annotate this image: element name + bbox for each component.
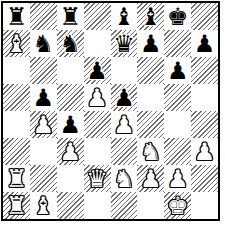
square-a5[interactable] bbox=[3, 84, 30, 111]
square-f7[interactable]: ♟ bbox=[137, 30, 164, 57]
piece-white-knight[interactable]: ♞ bbox=[113, 167, 135, 191]
square-e5[interactable]: ♟ bbox=[111, 84, 138, 111]
piece-black-pawn[interactable]: ♟ bbox=[33, 86, 55, 110]
piece-white-knight[interactable]: ♞ bbox=[140, 140, 162, 164]
square-a3[interactable] bbox=[3, 138, 30, 165]
square-h4[interactable] bbox=[191, 111, 218, 138]
piece-black-pawn[interactable]: ♟ bbox=[140, 32, 162, 56]
chess-board: ♜♜♝♝♚♝♞♞♛♟♟♟♟♟♟♟♟♟♟♟♞♟♜♛♞♟♟♜♝♚ bbox=[3, 3, 218, 219]
piece-white-pawn[interactable]: ♟ bbox=[33, 113, 55, 137]
square-e8[interactable]: ♝ bbox=[111, 3, 138, 30]
square-f6[interactable] bbox=[137, 57, 164, 84]
square-c1[interactable] bbox=[57, 192, 84, 219]
piece-black-knight[interactable]: ♞ bbox=[59, 32, 81, 56]
square-d4[interactable] bbox=[84, 111, 111, 138]
piece-white-pawn[interactable]: ♟ bbox=[194, 140, 216, 164]
square-c3[interactable]: ♟ bbox=[57, 138, 84, 165]
square-g1[interactable]: ♚ bbox=[164, 192, 191, 219]
square-a4[interactable] bbox=[3, 111, 30, 138]
chess-board-frame: ♜♜♝♝♚♝♞♞♛♟♟♟♟♟♟♟♟♟♟♟♞♟♜♛♞♟♟♜♝♚ bbox=[1, 1, 220, 221]
square-h6[interactable] bbox=[191, 57, 218, 84]
square-a8[interactable]: ♜ bbox=[3, 3, 30, 30]
piece-black-pawn[interactable]: ♟ bbox=[59, 113, 81, 137]
piece-white-pawn[interactable]: ♟ bbox=[113, 113, 135, 137]
square-a2[interactable]: ♜ bbox=[3, 165, 30, 192]
square-b7[interactable]: ♞ bbox=[30, 30, 57, 57]
square-g6[interactable]: ♟ bbox=[164, 57, 191, 84]
square-g3[interactable] bbox=[164, 138, 191, 165]
square-h3[interactable]: ♟ bbox=[191, 138, 218, 165]
piece-black-pawn[interactable]: ♟ bbox=[86, 59, 108, 83]
square-h1[interactable] bbox=[191, 192, 218, 219]
square-b5[interactable]: ♟ bbox=[30, 84, 57, 111]
square-c2[interactable] bbox=[57, 165, 84, 192]
square-h8[interactable] bbox=[191, 3, 218, 30]
square-d1[interactable] bbox=[84, 192, 111, 219]
square-e1[interactable] bbox=[111, 192, 138, 219]
square-b3[interactable] bbox=[30, 138, 57, 165]
square-e3[interactable] bbox=[111, 138, 138, 165]
square-g8[interactable]: ♚ bbox=[164, 3, 191, 30]
piece-white-rook[interactable]: ♜ bbox=[6, 167, 28, 191]
square-c4[interactable]: ♟ bbox=[57, 111, 84, 138]
square-b8[interactable] bbox=[30, 3, 57, 30]
square-c7[interactable]: ♞ bbox=[57, 30, 84, 57]
square-h2[interactable] bbox=[191, 165, 218, 192]
piece-white-bishop[interactable]: ♝ bbox=[6, 32, 28, 56]
piece-white-pawn[interactable]: ♟ bbox=[167, 167, 189, 191]
square-e2[interactable]: ♞ bbox=[111, 165, 138, 192]
piece-black-rook[interactable]: ♜ bbox=[59, 5, 81, 29]
square-a1[interactable]: ♜ bbox=[3, 192, 30, 219]
square-g2[interactable]: ♟ bbox=[164, 165, 191, 192]
piece-black-queen[interactable]: ♛ bbox=[113, 32, 135, 56]
piece-black-knight[interactable]: ♞ bbox=[33, 32, 55, 56]
square-d7[interactable] bbox=[84, 30, 111, 57]
square-b1[interactable]: ♝ bbox=[30, 192, 57, 219]
piece-white-bishop[interactable]: ♝ bbox=[33, 194, 55, 218]
square-h7[interactable]: ♟ bbox=[191, 30, 218, 57]
square-d2[interactable]: ♛ bbox=[84, 165, 111, 192]
piece-white-king[interactable]: ♚ bbox=[167, 194, 189, 218]
square-d6[interactable]: ♟ bbox=[84, 57, 111, 84]
square-g4[interactable] bbox=[164, 111, 191, 138]
square-f4[interactable] bbox=[137, 111, 164, 138]
square-e4[interactable]: ♟ bbox=[111, 111, 138, 138]
square-d8[interactable] bbox=[84, 3, 111, 30]
square-f1[interactable] bbox=[137, 192, 164, 219]
square-d3[interactable] bbox=[84, 138, 111, 165]
square-g7[interactable] bbox=[164, 30, 191, 57]
piece-black-bishop[interactable]: ♝ bbox=[113, 5, 135, 29]
square-c5[interactable] bbox=[57, 84, 84, 111]
piece-black-bishop[interactable]: ♝ bbox=[140, 5, 162, 29]
square-d5[interactable]: ♟ bbox=[84, 84, 111, 111]
square-f5[interactable] bbox=[137, 84, 164, 111]
piece-black-king[interactable]: ♚ bbox=[167, 5, 189, 29]
square-a6[interactable] bbox=[3, 57, 30, 84]
piece-white-rook[interactable]: ♜ bbox=[6, 194, 28, 218]
piece-black-pawn[interactable]: ♟ bbox=[167, 59, 189, 83]
square-f3[interactable]: ♞ bbox=[137, 138, 164, 165]
square-h5[interactable] bbox=[191, 84, 218, 111]
piece-white-queen[interactable]: ♛ bbox=[86, 167, 108, 191]
square-g5[interactable] bbox=[164, 84, 191, 111]
square-a7[interactable]: ♝ bbox=[3, 30, 30, 57]
square-b4[interactable]: ♟ bbox=[30, 111, 57, 138]
piece-black-pawn[interactable]: ♟ bbox=[194, 32, 216, 56]
square-b6[interactable] bbox=[30, 57, 57, 84]
piece-white-pawn[interactable]: ♟ bbox=[140, 167, 162, 191]
square-c8[interactable]: ♜ bbox=[57, 3, 84, 30]
piece-white-pawn[interactable]: ♟ bbox=[86, 86, 108, 110]
piece-white-pawn[interactable]: ♟ bbox=[59, 140, 81, 164]
piece-black-rook[interactable]: ♜ bbox=[6, 5, 28, 29]
piece-black-pawn[interactable]: ♟ bbox=[113, 86, 135, 110]
square-f2[interactable]: ♟ bbox=[137, 165, 164, 192]
square-e6[interactable] bbox=[111, 57, 138, 84]
square-b2[interactable] bbox=[30, 165, 57, 192]
square-e7[interactable]: ♛ bbox=[111, 30, 138, 57]
square-f8[interactable]: ♝ bbox=[137, 3, 164, 30]
square-c6[interactable] bbox=[57, 57, 84, 84]
